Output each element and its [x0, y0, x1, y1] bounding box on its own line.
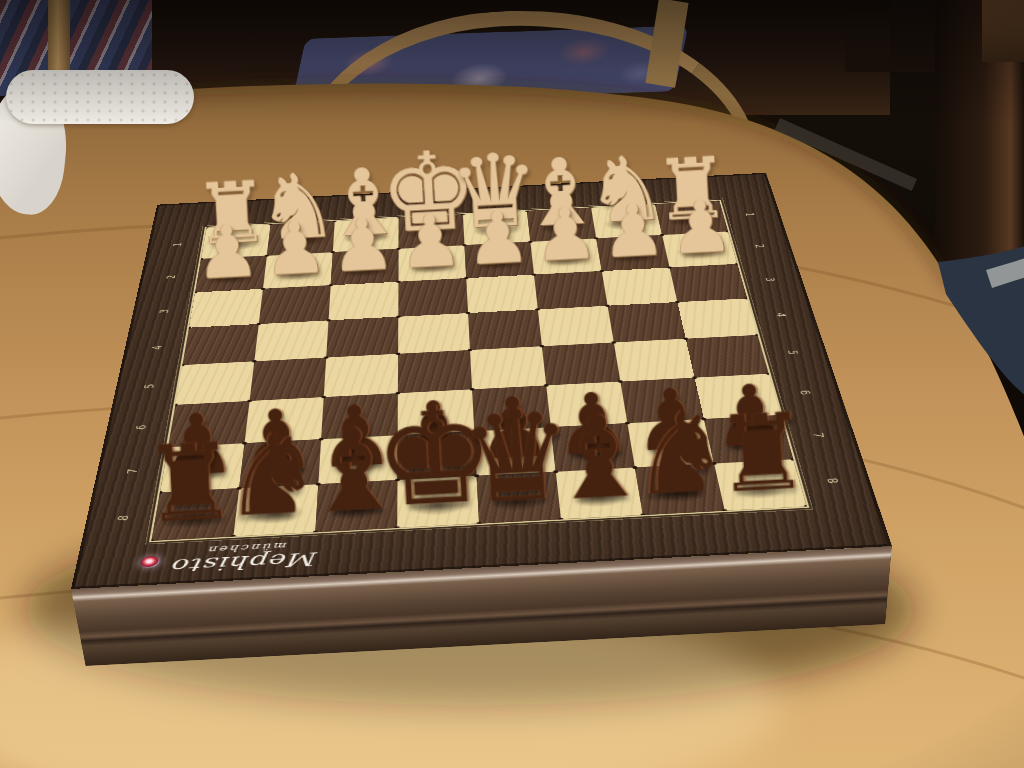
- brand-text: Mephisto münchen: [171, 539, 320, 575]
- brand-name: Mephisto: [171, 549, 319, 576]
- board-squares: ♜♞♝♚♛♝♞♜♟♟♟♟♟♟♟♟♟♟♟♟♟♟♟♟♜♞♝♚♛♝♞♜: [151, 201, 806, 541]
- chessboard: ♜♞♝♚♛♝♞♜♟♟♟♟♟♟♟♟♟♟♟♟♟♟♟♟♜♞♝♚♛♝♞♜ 1234567…: [71, 173, 892, 589]
- piece-white-pawn-f2[interactable]: ♟: [329, 210, 397, 281]
- square-b3[interactable]: [602, 268, 678, 306]
- rank-label-2: 2: [135, 266, 205, 288]
- square-c2[interactable]: ♟: [530, 238, 601, 274]
- rank-label-3: 3: [734, 268, 809, 291]
- square-g4[interactable]: [254, 320, 328, 361]
- brand-city: münchen: [174, 539, 320, 556]
- square-d3[interactable]: [466, 275, 538, 313]
- square-h3[interactable]: [189, 289, 263, 328]
- rank-label-2: 2: [724, 235, 796, 257]
- rank-label-5: 5: [754, 340, 834, 365]
- square-b2[interactable]: ♟: [596, 235, 669, 271]
- square-h2[interactable]: ♟: [195, 256, 267, 293]
- square-g3[interactable]: [259, 285, 331, 324]
- square-g8[interactable]: ♞: [233, 484, 318, 536]
- square-a8[interactable]: ♜: [714, 459, 807, 510]
- piece-white-pawn-a2[interactable]: ♟: [667, 192, 735, 263]
- square-g2[interactable]: ♟: [263, 252, 333, 289]
- piece-black-queen-d8[interactable]: ♛: [457, 394, 575, 518]
- rank-label-4: 4: [118, 335, 193, 360]
- square-a2[interactable]: ♟: [662, 231, 737, 267]
- square-b8[interactable]: ♞: [635, 463, 725, 515]
- square-a4[interactable]: [677, 298, 757, 338]
- piece-white-pawn-c2[interactable]: ♟: [532, 199, 600, 270]
- piece-white-pawn-e2[interactable]: ♟: [397, 206, 465, 277]
- square-c3[interactable]: [534, 271, 608, 309]
- brand-logo: Mephisto münchen: [138, 536, 320, 580]
- rank-label-3: 3: [127, 300, 200, 323]
- piece-white-pawn-g2[interactable]: ♟: [261, 213, 329, 284]
- square-e4[interactable]: [398, 313, 470, 354]
- rank-label-1: 1: [142, 234, 210, 255]
- piece-white-pawn-d2[interactable]: ♟: [464, 202, 532, 273]
- square-d4[interactable]: [468, 309, 542, 350]
- rank-label-1: 1: [716, 204, 786, 224]
- mephisto-rose-badge-icon: [140, 556, 160, 568]
- square-b4[interactable]: [608, 302, 686, 342]
- square-f2[interactable]: ♟: [331, 249, 399, 286]
- square-d2[interactable]: ♟: [465, 242, 534, 278]
- piece-white-pawn-h2[interactable]: ♟: [194, 217, 262, 288]
- square-h4[interactable]: [182, 324, 258, 365]
- square-a3[interactable]: [670, 264, 748, 302]
- square-c4[interactable]: [538, 306, 614, 347]
- square-e2[interactable]: ♟: [398, 245, 466, 281]
- square-e3[interactable]: [398, 278, 468, 317]
- square-d8[interactable]: ♛: [477, 472, 561, 524]
- piece-white-pawn-b2[interactable]: ♟: [600, 195, 668, 266]
- piece-black-rook-a8[interactable]: ♜: [713, 401, 812, 505]
- rank-label-4: 4: [744, 303, 821, 327]
- square-f4[interactable]: [326, 317, 398, 358]
- chessboard-wrapper: ♜♞♝♚♛♝♞♜♟♟♟♟♟♟♟♟♟♟♟♟♟♟♟♟♜♞♝♚♛♝♞♜ 1234567…: [102, 0, 838, 718]
- square-f3[interactable]: [329, 282, 399, 321]
- photo-scene: ♜♞♝♚♛♝♞♜♟♟♟♟♟♟♟♟♟♟♟♟♟♟♟♟♜♞♝♚♛♝♞♜ 1234567…: [0, 0, 1024, 768]
- rank-label-5: 5: [109, 373, 186, 399]
- square-h8[interactable]: ♜: [151, 488, 239, 541]
- piece-black-rook-h8[interactable]: ♜: [141, 431, 240, 535]
